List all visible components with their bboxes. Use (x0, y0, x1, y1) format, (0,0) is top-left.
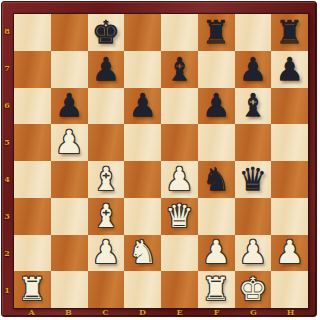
chess-diagram: ♚♜♜♟♝♟♟♟♟♟♝♟♝♟♞♛♝♛♟♞♟♟♟♜♜♚ 87654321 ABCD… (0, 0, 320, 320)
rank-label-6: 6 (2, 87, 12, 124)
white-bishop: ♝ (92, 161, 121, 198)
square-a2[interactable] (14, 235, 51, 272)
black-rook: ♜ (202, 14, 231, 51)
rank-label-3: 3 (2, 198, 12, 235)
square-f8[interactable]: ♜ (198, 14, 235, 51)
black-pawn: ♟ (92, 51, 121, 88)
square-a7[interactable] (14, 51, 51, 88)
square-b4[interactable] (51, 161, 88, 198)
square-b1[interactable] (51, 271, 88, 308)
square-f6[interactable]: ♟ (198, 88, 235, 125)
square-h6[interactable] (271, 88, 308, 125)
black-pawn: ♟ (275, 51, 304, 88)
square-c8[interactable]: ♚ (88, 14, 125, 51)
black-king: ♚ (92, 14, 121, 51)
white-pawn: ♟ (202, 235, 231, 272)
black-queen: ♛ (239, 161, 268, 198)
square-b2[interactable] (51, 235, 88, 272)
square-b5[interactable]: ♟ (51, 124, 88, 161)
square-b8[interactable] (51, 14, 88, 51)
square-f5[interactable] (198, 124, 235, 161)
square-e5[interactable] (161, 124, 198, 161)
square-g7[interactable]: ♟ (235, 51, 272, 88)
square-c7[interactable]: ♟ (88, 51, 125, 88)
square-h8[interactable]: ♜ (271, 14, 308, 51)
square-e7[interactable]: ♝ (161, 51, 198, 88)
square-a8[interactable] (14, 14, 51, 51)
square-a1[interactable]: ♜ (14, 271, 51, 308)
board-squares: ♚♜♜♟♝♟♟♟♟♟♝♟♝♟♞♛♝♛♟♞♟♟♟♜♜♚ (13, 13, 309, 309)
rank-label-2: 2 (2, 235, 12, 272)
white-pawn: ♟ (55, 124, 84, 161)
white-pawn: ♟ (165, 161, 194, 198)
square-e4[interactable]: ♟ (161, 161, 198, 198)
square-a5[interactable] (14, 124, 51, 161)
square-g2[interactable]: ♟ (235, 235, 272, 272)
square-e2[interactable] (161, 235, 198, 272)
black-rook: ♜ (275, 14, 304, 51)
square-h1[interactable] (271, 271, 308, 308)
square-h7[interactable]: ♟ (271, 51, 308, 88)
white-bishop: ♝ (92, 198, 121, 235)
white-pawn: ♟ (92, 235, 121, 272)
black-pawn: ♟ (128, 88, 157, 125)
square-e6[interactable] (161, 88, 198, 125)
square-d7[interactable] (124, 51, 161, 88)
square-e8[interactable] (161, 14, 198, 51)
rank-label-7: 7 (2, 50, 12, 87)
square-d6[interactable]: ♟ (124, 88, 161, 125)
rank-label-5: 5 (2, 124, 12, 161)
square-d2[interactable]: ♞ (124, 235, 161, 272)
square-e3[interactable]: ♛ (161, 198, 198, 235)
white-pawn: ♟ (239, 235, 268, 272)
rank-label-4: 4 (2, 161, 12, 198)
square-f7[interactable] (198, 51, 235, 88)
square-g5[interactable] (235, 124, 272, 161)
rank-label-8: 8 (2, 13, 12, 50)
square-g3[interactable] (235, 198, 272, 235)
square-d8[interactable] (124, 14, 161, 51)
square-e1[interactable] (161, 271, 198, 308)
black-bishop: ♝ (239, 88, 268, 125)
rank-label-1: 1 (2, 272, 12, 309)
square-f3[interactable] (198, 198, 235, 235)
black-knight: ♞ (202, 161, 231, 198)
square-h3[interactable] (271, 198, 308, 235)
square-d5[interactable] (124, 124, 161, 161)
square-a4[interactable] (14, 161, 51, 198)
black-pawn: ♟ (239, 51, 268, 88)
square-c3[interactable]: ♝ (88, 198, 125, 235)
square-a3[interactable] (14, 198, 51, 235)
black-pawn: ♟ (55, 88, 84, 125)
square-h2[interactable]: ♟ (271, 235, 308, 272)
square-c5[interactable] (88, 124, 125, 161)
square-c6[interactable] (88, 88, 125, 125)
square-g4[interactable]: ♛ (235, 161, 272, 198)
white-knight: ♞ (128, 235, 157, 272)
square-h5[interactable] (271, 124, 308, 161)
white-queen: ♛ (165, 198, 194, 235)
square-d4[interactable] (124, 161, 161, 198)
square-b3[interactable] (51, 198, 88, 235)
square-c2[interactable]: ♟ (88, 235, 125, 272)
white-rook: ♜ (202, 271, 231, 308)
square-g6[interactable]: ♝ (235, 88, 272, 125)
square-f2[interactable]: ♟ (198, 235, 235, 272)
square-b6[interactable]: ♟ (51, 88, 88, 125)
black-bishop: ♝ (165, 51, 194, 88)
square-h4[interactable] (271, 161, 308, 198)
square-c4[interactable]: ♝ (88, 161, 125, 198)
square-g8[interactable] (235, 14, 272, 51)
square-a6[interactable] (14, 88, 51, 125)
square-g1[interactable]: ♚ (235, 271, 272, 308)
white-rook: ♜ (18, 271, 47, 308)
white-king: ♚ (239, 271, 268, 308)
black-pawn: ♟ (202, 88, 231, 125)
square-d3[interactable] (124, 198, 161, 235)
square-f1[interactable]: ♜ (198, 271, 235, 308)
white-pawn: ♟ (275, 235, 304, 272)
board-frame: ♚♜♜♟♝♟♟♟♟♟♝♟♝♟♞♛♝♛♟♞♟♟♟♜♜♚ 87654321 ABCD… (1, 1, 317, 317)
square-c1[interactable] (88, 271, 125, 308)
square-b7[interactable] (51, 51, 88, 88)
square-d1[interactable] (124, 271, 161, 308)
square-f4[interactable]: ♞ (198, 161, 235, 198)
